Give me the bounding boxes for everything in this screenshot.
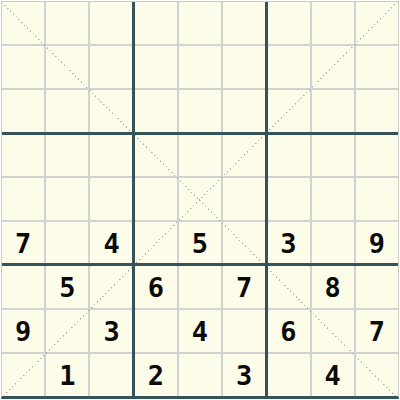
cell-r8c6[interactable] <box>223 310 265 352</box>
cell-r8c7[interactable]: 6 <box>267 310 309 352</box>
cell-r6c3[interactable]: 4 <box>90 222 132 264</box>
cell-r7c9[interactable] <box>356 266 398 308</box>
cell-r7c6[interactable]: 7 <box>223 266 265 308</box>
sudoku-grid: 745395678934671234 <box>2 2 398 396</box>
cell-r8c4[interactable] <box>135 310 177 352</box>
cell-r3c2[interactable] <box>46 90 88 132</box>
cell-r9c1[interactable] <box>2 354 44 396</box>
cell-r8c8[interactable] <box>312 310 354 352</box>
cell-r8c2[interactable] <box>46 310 88 352</box>
cell-r5c6[interactable] <box>223 178 265 220</box>
cell-r9c3[interactable] <box>90 354 132 396</box>
cell-r4c4[interactable] <box>135 134 177 176</box>
cell-r1c1[interactable] <box>2 2 44 44</box>
cell-r4c3[interactable] <box>90 134 132 176</box>
cell-r9c5[interactable] <box>179 354 221 396</box>
sudoku-board: 745395678934671234 <box>1 1 399 399</box>
cell-r6c2[interactable] <box>46 222 88 264</box>
cell-r5c9[interactable] <box>356 178 398 220</box>
cell-r1c3[interactable] <box>90 2 132 44</box>
cell-r1c8[interactable] <box>312 2 354 44</box>
cell-r8c5[interactable]: 4 <box>179 310 221 352</box>
cell-r1c9[interactable] <box>356 2 398 44</box>
cell-r6c4[interactable] <box>135 222 177 264</box>
cell-r9c8[interactable]: 4 <box>312 354 354 396</box>
cell-r3c4[interactable] <box>135 90 177 132</box>
cell-r3c8[interactable] <box>312 90 354 132</box>
cell-r8c3[interactable]: 3 <box>90 310 132 352</box>
cell-r2c1[interactable] <box>2 46 44 88</box>
cell-r5c2[interactable] <box>46 178 88 220</box>
cell-r7c3[interactable] <box>90 266 132 308</box>
cell-r1c7[interactable] <box>267 2 309 44</box>
cell-r5c8[interactable] <box>312 178 354 220</box>
cell-r2c4[interactable] <box>135 46 177 88</box>
cell-r9c7[interactable] <box>267 354 309 396</box>
cell-r2c5[interactable] <box>179 46 221 88</box>
cell-r3c3[interactable] <box>90 90 132 132</box>
cell-r6c6[interactable] <box>223 222 265 264</box>
cell-r2c2[interactable] <box>46 46 88 88</box>
cell-r5c3[interactable] <box>90 178 132 220</box>
cell-r8c9[interactable]: 7 <box>356 310 398 352</box>
cell-r7c2[interactable]: 5 <box>46 266 88 308</box>
cell-r5c4[interactable] <box>135 178 177 220</box>
cell-r2c9[interactable] <box>356 46 398 88</box>
cell-r7c5[interactable] <box>179 266 221 308</box>
cell-r1c4[interactable] <box>135 2 177 44</box>
cell-r5c1[interactable] <box>2 178 44 220</box>
cell-r4c6[interactable] <box>223 134 265 176</box>
cell-r9c6[interactable]: 3 <box>223 354 265 396</box>
cell-r2c6[interactable] <box>223 46 265 88</box>
cell-r8c1[interactable]: 9 <box>2 310 44 352</box>
cell-r5c5[interactable] <box>179 178 221 220</box>
cell-r7c8[interactable]: 8 <box>312 266 354 308</box>
cell-r6c1[interactable]: 7 <box>2 222 44 264</box>
cell-r4c7[interactable] <box>267 134 309 176</box>
cell-r9c4[interactable]: 2 <box>135 354 177 396</box>
cell-r2c8[interactable] <box>312 46 354 88</box>
cell-r7c7[interactable] <box>267 266 309 308</box>
cell-r3c7[interactable] <box>267 90 309 132</box>
cell-r9c2[interactable]: 1 <box>46 354 88 396</box>
cell-r7c1[interactable] <box>2 266 44 308</box>
cell-r6c9[interactable]: 9 <box>356 222 398 264</box>
cell-r4c1[interactable] <box>2 134 44 176</box>
cell-r4c9[interactable] <box>356 134 398 176</box>
cell-r3c1[interactable] <box>2 90 44 132</box>
page: 745395678934671234 <box>0 0 400 400</box>
cell-r2c3[interactable] <box>90 46 132 88</box>
cell-r4c8[interactable] <box>312 134 354 176</box>
cell-r2c7[interactable] <box>267 46 309 88</box>
cell-r1c5[interactable] <box>179 2 221 44</box>
cell-r4c5[interactable] <box>179 134 221 176</box>
cell-r7c4[interactable]: 6 <box>135 266 177 308</box>
cell-r4c2[interactable] <box>46 134 88 176</box>
cell-r3c9[interactable] <box>356 90 398 132</box>
cell-r6c7[interactable]: 3 <box>267 222 309 264</box>
cell-r3c6[interactable] <box>223 90 265 132</box>
cell-r1c6[interactable] <box>223 2 265 44</box>
cell-r1c2[interactable] <box>46 2 88 44</box>
cell-r3c5[interactable] <box>179 90 221 132</box>
cell-r5c7[interactable] <box>267 178 309 220</box>
cell-r9c9[interactable] <box>356 354 398 396</box>
cell-r6c5[interactable]: 5 <box>179 222 221 264</box>
cell-r6c8[interactable] <box>312 222 354 264</box>
